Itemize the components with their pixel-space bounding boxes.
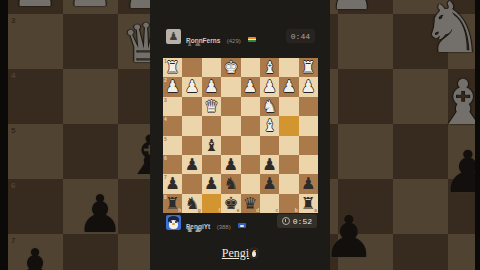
white-pawn[interactable]: ♟	[299, 77, 318, 96]
square-e1[interactable]: ♚	[221, 58, 240, 77]
square-g8[interactable]: g♞	[182, 194, 201, 213]
square-e6[interactable]: ♟	[221, 155, 240, 174]
watermark-text: Pengi	[222, 246, 249, 260]
square-h5[interactable]: 5	[163, 136, 182, 155]
square-h6[interactable]: 6	[163, 155, 182, 174]
file-label-c: c	[276, 208, 279, 213]
top-player-captured-tray: ♝♟	[186, 40, 202, 48]
top-player-rating: (429)	[227, 38, 241, 44]
right-edge-strip	[475, 0, 480, 270]
square-d7[interactable]	[241, 174, 260, 193]
video-frame: 34567 ♟♟♟♟♛♞♝♟♝♟♟♟ ♟ RonnFerns (429) ♝♟ …	[0, 0, 480, 270]
square-c5[interactable]	[260, 136, 279, 155]
india-flag-icon	[248, 37, 256, 42]
square-b4[interactable]	[279, 116, 298, 135]
square-b7[interactable]	[279, 174, 298, 193]
square-h1[interactable]: 1♜	[163, 58, 182, 77]
white-pawn[interactable]: ♟	[260, 77, 279, 96]
square-c1[interactable]: ♝	[260, 58, 279, 77]
captured-knight-icon: ♞	[186, 225, 194, 234]
square-c6[interactable]: ♟	[260, 155, 279, 174]
rank-label-5: 5	[164, 137, 167, 142]
white-pawn[interactable]: ♟	[279, 77, 298, 96]
black-pawn[interactable]: ♟	[260, 174, 279, 193]
avatar-top-player[interactable]: ♟	[166, 29, 181, 44]
white-pawn[interactable]: ♟	[202, 77, 221, 96]
black-rook[interactable]: ♜	[299, 194, 318, 213]
square-h7[interactable]: 7♟	[163, 174, 182, 193]
avatar-bottom-player[interactable]	[166, 215, 181, 230]
square-c7[interactable]: ♟	[260, 174, 279, 193]
black-bishop[interactable]: ♝	[202, 136, 221, 155]
white-rook[interactable]: ♜	[299, 58, 318, 77]
top-player-clock: 0:44	[286, 29, 315, 43]
square-f1[interactable]	[202, 58, 221, 77]
blue-flag-icon	[238, 223, 246, 228]
square-d3[interactable]	[241, 97, 260, 116]
square-b1[interactable]	[279, 58, 298, 77]
square-f3[interactable]: ♛	[202, 97, 221, 116]
square-b8[interactable]: b	[279, 194, 298, 213]
square-h4[interactable]: 4	[163, 116, 182, 135]
white-pawn[interactable]: ♟	[163, 77, 182, 96]
captured-pawn-icon: ♟	[194, 225, 202, 234]
captured-pawn-icon: ♟	[194, 39, 202, 48]
game-app-panel: ♟ RonnFerns (429) ♝♟ 0:44 1♜♚♝♜2♟♟♟♟♟♟♟3…	[150, 0, 330, 270]
channel-watermark: Pengi	[150, 246, 330, 261]
square-f6[interactable]	[202, 155, 221, 174]
black-pawn[interactable]: ♟	[163, 174, 182, 193]
square-g4[interactable]	[182, 116, 201, 135]
square-f4[interactable]	[202, 116, 221, 135]
bottom-player-rating: (388)	[217, 224, 231, 230]
square-h8[interactable]: 8h♜	[163, 194, 182, 213]
square-d6[interactable]	[241, 155, 260, 174]
black-pawn[interactable]: ♟	[260, 155, 279, 174]
square-g3[interactable]	[182, 97, 201, 116]
black-queen[interactable]: ♛	[241, 194, 260, 213]
square-a6[interactable]	[299, 155, 318, 174]
chess-board[interactable]: 1♜♚♝♜2♟♟♟♟♟♟♟3♛♞4♝5♝6♟♟♟7♟♟♞♟♟8h♜g♞fe♚d♛…	[163, 58, 318, 213]
square-d5[interactable]	[241, 136, 260, 155]
square-a4[interactable]	[299, 116, 318, 135]
square-e4[interactable]	[221, 116, 240, 135]
square-e2[interactable]	[221, 77, 240, 96]
square-c3[interactable]: ♞	[260, 97, 279, 116]
clock-icon	[282, 217, 290, 225]
black-knight[interactable]: ♞	[182, 194, 201, 213]
black-rook[interactable]: ♜	[163, 194, 182, 213]
square-f8[interactable]: f	[202, 194, 221, 213]
black-pawn[interactable]: ♟	[221, 155, 240, 174]
black-pawn[interactable]: ♟	[202, 174, 221, 193]
square-e3[interactable]	[221, 97, 240, 116]
square-g5[interactable]	[182, 136, 201, 155]
bottom-player-captured-tray: ♞♟	[186, 226, 202, 234]
top-clock-time: 0:44	[291, 32, 310, 41]
square-c4[interactable]: ♝	[260, 116, 279, 135]
square-e8[interactable]: e♚	[221, 194, 240, 213]
square-a3[interactable]	[299, 97, 318, 116]
white-bishop[interactable]: ♝	[260, 58, 279, 77]
white-king[interactable]: ♚	[221, 58, 240, 77]
white-rook[interactable]: ♜	[163, 58, 182, 77]
square-g1[interactable]	[182, 58, 201, 77]
white-pawn[interactable]: ♟	[241, 77, 260, 96]
bottom-clock-time: 0:52	[293, 217, 312, 226]
square-a2[interactable]: ♟	[299, 77, 318, 96]
white-queen[interactable]: ♛	[202, 97, 221, 116]
square-d8[interactable]: d♛	[241, 194, 260, 213]
square-g6[interactable]: ♟	[182, 155, 201, 174]
left-edge-strip	[0, 0, 8, 270]
square-e7[interactable]: ♞	[221, 174, 240, 193]
square-d2[interactable]: ♟	[241, 77, 260, 96]
square-d1[interactable]	[241, 58, 260, 77]
square-e5[interactable]	[221, 136, 240, 155]
square-d4[interactable]	[241, 116, 260, 135]
square-f7[interactable]: ♟	[202, 174, 221, 193]
square-b5[interactable]	[279, 136, 298, 155]
captured-bishop-icon: ♝	[186, 39, 194, 48]
rank-label-4: 4	[164, 117, 167, 122]
square-a5[interactable]	[299, 136, 318, 155]
square-c8[interactable]: c	[260, 194, 279, 213]
chess-piece-avatar-icon: ♟	[166, 29, 181, 44]
file-label-b: b	[295, 208, 298, 213]
square-f5[interactable]: ♝	[202, 136, 221, 155]
rank-label-6: 6	[164, 156, 167, 161]
black-pawn[interactable]: ♟	[182, 155, 201, 174]
bottom-player-clock: 0:52	[277, 214, 317, 228]
white-bishop[interactable]: ♝	[260, 116, 279, 135]
square-a7[interactable]: ♟	[299, 174, 318, 193]
square-h2[interactable]: 2♟	[163, 77, 182, 96]
square-h3[interactable]: 3	[163, 97, 182, 116]
black-pawn[interactable]: ♟	[299, 174, 318, 193]
rank-label-3: 3	[164, 98, 167, 103]
square-c2[interactable]: ♟	[260, 77, 279, 96]
square-g2[interactable]: ♟	[182, 77, 201, 96]
white-pawn[interactable]: ♟	[182, 77, 201, 96]
square-b6[interactable]	[279, 155, 298, 174]
square-b3[interactable]	[279, 97, 298, 116]
square-g7[interactable]	[182, 174, 201, 193]
black-knight[interactable]: ♞	[221, 174, 240, 193]
penguin-icon	[250, 248, 258, 258]
file-label-f: f	[219, 208, 221, 213]
square-f2[interactable]: ♟	[202, 77, 221, 96]
white-knight[interactable]: ♞	[260, 97, 279, 116]
black-king[interactable]: ♚	[221, 194, 240, 213]
square-b2[interactable]: ♟	[279, 77, 298, 96]
square-a1[interactable]: ♜	[299, 58, 318, 77]
square-a8[interactable]: a♜	[299, 194, 318, 213]
